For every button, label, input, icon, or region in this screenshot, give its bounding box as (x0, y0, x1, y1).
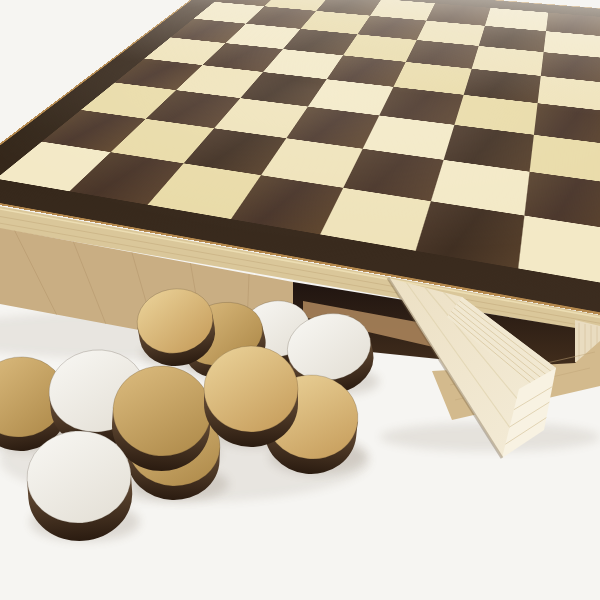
piece-tan-center (204, 346, 298, 447)
scene-overlay (0, 0, 600, 600)
photo-scene (0, 0, 600, 600)
piece-top-face (204, 346, 298, 432)
